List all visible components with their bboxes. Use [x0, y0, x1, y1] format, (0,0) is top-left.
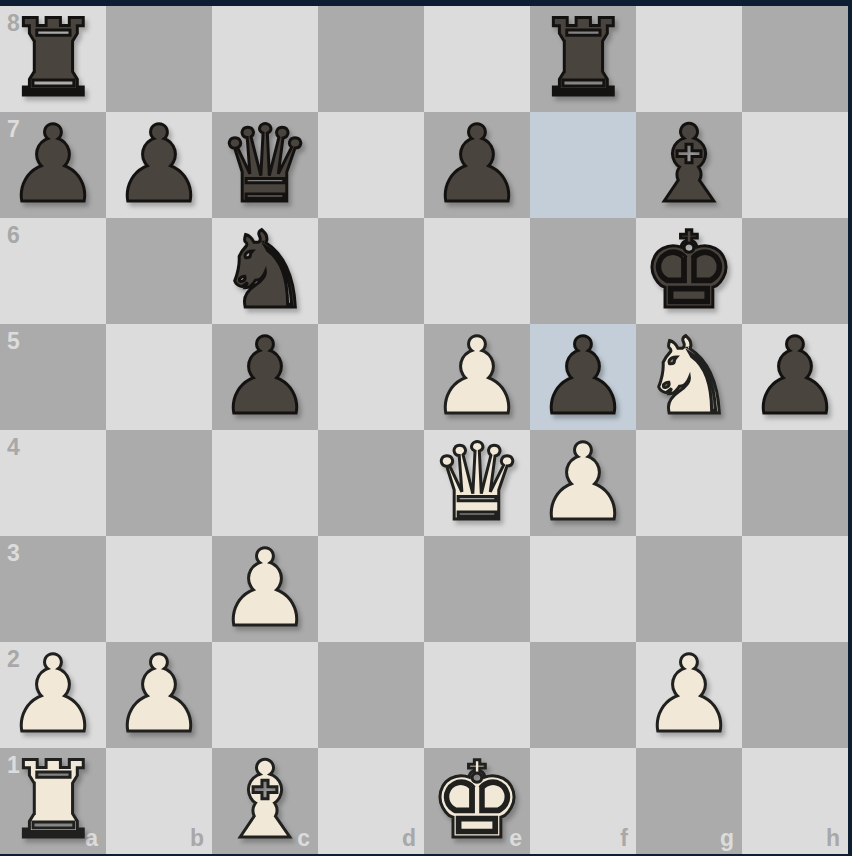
piece-black-pawn[interactable]: ♟︎: [111, 112, 206, 218]
square-f6[interactable]: [530, 218, 636, 324]
square-b5[interactable]: [106, 324, 212, 430]
square-c4[interactable]: [212, 430, 318, 536]
square-e4[interactable]: ♛︎: [424, 430, 530, 536]
square-g3[interactable]: [636, 536, 742, 642]
square-a6[interactable]: 6: [0, 218, 106, 324]
square-g8[interactable]: [636, 6, 742, 112]
square-f8[interactable]: ♜︎: [530, 6, 636, 112]
square-f4[interactable]: ♟︎: [530, 430, 636, 536]
square-e7[interactable]: ♟︎: [424, 112, 530, 218]
piece-black-rook[interactable]: ♜︎: [5, 6, 100, 112]
piece-black-king[interactable]: ♚︎: [641, 218, 736, 324]
piece-white-pawn[interactable]: ♟︎: [5, 642, 100, 748]
square-f1[interactable]: f: [530, 748, 636, 854]
piece-white-rook[interactable]: ♜︎: [5, 748, 100, 854]
square-d6[interactable]: [318, 218, 424, 324]
piece-black-pawn[interactable]: ♟︎: [5, 112, 100, 218]
square-c2[interactable]: [212, 642, 318, 748]
square-f2[interactable]: [530, 642, 636, 748]
piece-white-bishop[interactable]: ♝︎: [217, 748, 312, 854]
piece-white-pawn[interactable]: ♟︎: [641, 642, 736, 748]
piece-black-pawn[interactable]: ♟︎: [747, 324, 842, 430]
piece-black-bishop[interactable]: ♝︎: [641, 112, 736, 218]
piece-white-pawn[interactable]: ♟︎: [111, 642, 206, 748]
square-c7[interactable]: ♛︎: [212, 112, 318, 218]
square-a5[interactable]: 5: [0, 324, 106, 430]
square-b1[interactable]: b: [106, 748, 212, 854]
square-c6[interactable]: ♞︎: [212, 218, 318, 324]
square-f3[interactable]: [530, 536, 636, 642]
piece-black-pawn[interactable]: ♟︎: [217, 324, 312, 430]
square-d8[interactable]: [318, 6, 424, 112]
square-d7[interactable]: [318, 112, 424, 218]
square-b3[interactable]: [106, 536, 212, 642]
piece-black-queen[interactable]: ♛︎: [217, 112, 312, 218]
square-h4[interactable]: [742, 430, 848, 536]
square-h3[interactable]: [742, 536, 848, 642]
square-e8[interactable]: [424, 6, 530, 112]
square-a3[interactable]: 3: [0, 536, 106, 642]
square-a4[interactable]: 4: [0, 430, 106, 536]
square-a2[interactable]: 2♟︎: [0, 642, 106, 748]
square-b2[interactable]: ♟︎: [106, 642, 212, 748]
square-e3[interactable]: [424, 536, 530, 642]
square-e6[interactable]: [424, 218, 530, 324]
square-g2[interactable]: ♟︎: [636, 642, 742, 748]
square-d4[interactable]: [318, 430, 424, 536]
piece-black-knight[interactable]: ♞︎: [217, 218, 312, 324]
square-h6[interactable]: [742, 218, 848, 324]
square-b4[interactable]: [106, 430, 212, 536]
chess-board: 8♜︎♜︎7♟︎♟︎♛︎♟︎♝︎6♞︎♚︎5♟︎♟︎♟︎♞︎♟︎4♛︎♟︎3♟︎…: [0, 6, 848, 852]
square-b6[interactable]: [106, 218, 212, 324]
square-h8[interactable]: [742, 6, 848, 112]
board-frame: 8♜︎♜︎7♟︎♟︎♛︎♟︎♝︎6♞︎♚︎5♟︎♟︎♟︎♞︎♟︎4♛︎♟︎3♟︎…: [0, 6, 848, 852]
page-background: { "game": "chess", "position": { "fen": …: [0, 0, 852, 856]
piece-white-king[interactable]: ♚︎: [429, 748, 524, 854]
rank-label-3: 3: [7, 542, 20, 565]
square-g5[interactable]: ♞︎: [636, 324, 742, 430]
file-label-h: h: [826, 827, 840, 850]
file-label-f: f: [620, 827, 628, 850]
file-label-b: b: [190, 827, 204, 850]
square-g7[interactable]: ♝︎: [636, 112, 742, 218]
square-h2[interactable]: [742, 642, 848, 748]
square-d3[interactable]: [318, 536, 424, 642]
file-label-g: g: [720, 827, 734, 850]
square-a7[interactable]: 7♟︎: [0, 112, 106, 218]
rank-label-5: 5: [7, 330, 20, 353]
square-c3[interactable]: ♟︎: [212, 536, 318, 642]
square-c1[interactable]: c♝︎: [212, 748, 318, 854]
square-c5[interactable]: ♟︎: [212, 324, 318, 430]
square-h5[interactable]: ♟︎: [742, 324, 848, 430]
square-a1[interactable]: 1a♜︎: [0, 748, 106, 854]
piece-black-rook[interactable]: ♜︎: [535, 6, 630, 112]
square-g4[interactable]: [636, 430, 742, 536]
rank-label-4: 4: [7, 436, 20, 459]
square-f5[interactable]: ♟︎: [530, 324, 636, 430]
square-f7[interactable]: [530, 112, 636, 218]
square-d5[interactable]: [318, 324, 424, 430]
piece-black-pawn[interactable]: ♟︎: [429, 112, 524, 218]
square-a8[interactable]: 8♜︎: [0, 6, 106, 112]
square-b7[interactable]: ♟︎: [106, 112, 212, 218]
square-d2[interactable]: [318, 642, 424, 748]
piece-white-queen[interactable]: ♛︎: [429, 430, 524, 536]
square-e5[interactable]: ♟︎: [424, 324, 530, 430]
piece-black-pawn[interactable]: ♟︎: [535, 324, 630, 430]
square-g6[interactable]: ♚︎: [636, 218, 742, 324]
file-label-d: d: [402, 827, 416, 850]
square-b8[interactable]: [106, 6, 212, 112]
piece-white-pawn[interactable]: ♟︎: [535, 430, 630, 536]
square-e1[interactable]: e♚︎: [424, 748, 530, 854]
square-c8[interactable]: [212, 6, 318, 112]
rank-label-6: 6: [7, 224, 20, 247]
piece-white-knight[interactable]: ♞︎: [641, 324, 736, 430]
piece-white-pawn[interactable]: ♟︎: [429, 324, 524, 430]
square-g1[interactable]: g: [636, 748, 742, 854]
square-d1[interactable]: d: [318, 748, 424, 854]
square-h7[interactable]: [742, 112, 848, 218]
square-h1[interactable]: h: [742, 748, 848, 854]
square-e2[interactable]: [424, 642, 530, 748]
piece-white-pawn[interactable]: ♟︎: [217, 536, 312, 642]
